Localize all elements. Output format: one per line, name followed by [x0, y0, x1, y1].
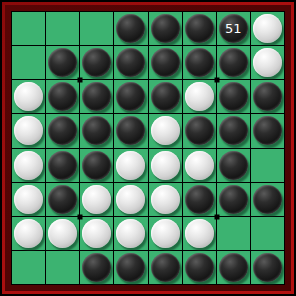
black-disc [253, 82, 282, 111]
cell-b2[interactable] [46, 46, 79, 79]
black-disc [82, 151, 111, 180]
black-disc [151, 253, 180, 282]
black-disc [48, 82, 77, 111]
cell-b3[interactable] [46, 80, 79, 113]
cell-h1[interactable] [251, 12, 284, 45]
cell-c4[interactable] [80, 114, 113, 147]
white-disc [14, 219, 43, 248]
cell-a5[interactable] [12, 149, 45, 182]
cell-e8[interactable] [149, 251, 182, 284]
black-disc [185, 185, 214, 214]
black-disc [116, 253, 145, 282]
cell-a6[interactable] [12, 183, 45, 216]
white-disc [14, 185, 43, 214]
cell-f4[interactable] [183, 114, 216, 147]
white-disc [185, 151, 214, 180]
black-disc [219, 116, 248, 145]
cell-a1[interactable] [12, 12, 45, 45]
cell-a3[interactable] [12, 80, 45, 113]
cell-h6[interactable] [251, 183, 284, 216]
black-disc [151, 48, 180, 77]
cell-h7[interactable] [251, 217, 284, 250]
cell-g6[interactable] [217, 183, 250, 216]
cell-a2[interactable] [12, 46, 45, 79]
cell-a8[interactable] [12, 251, 45, 284]
cell-d6[interactable] [114, 183, 147, 216]
cell-b7[interactable] [46, 217, 79, 250]
black-disc [116, 116, 145, 145]
cell-g4[interactable] [217, 114, 250, 147]
white-disc [116, 151, 145, 180]
black-disc [219, 151, 248, 180]
cell-h3[interactable] [251, 80, 284, 113]
white-disc [253, 48, 282, 77]
cell-f6[interactable] [183, 183, 216, 216]
last-move-number: 51 [225, 22, 242, 35]
cell-h4[interactable] [251, 114, 284, 147]
black-disc [82, 82, 111, 111]
cell-c7[interactable] [80, 217, 113, 250]
cell-g8[interactable] [217, 251, 250, 284]
black-disc [253, 253, 282, 282]
black-disc [151, 82, 180, 111]
white-disc [185, 82, 214, 111]
white-disc [151, 116, 180, 145]
black-disc [48, 151, 77, 180]
black-disc [48, 116, 77, 145]
cell-d4[interactable] [114, 114, 147, 147]
cell-b1[interactable] [46, 12, 79, 45]
white-disc [116, 185, 145, 214]
cell-e6[interactable] [149, 183, 182, 216]
cell-d2[interactable] [114, 46, 147, 79]
star-point [77, 77, 82, 82]
black-disc [219, 253, 248, 282]
star-point [214, 214, 219, 219]
cell-a7[interactable] [12, 217, 45, 250]
cell-d8[interactable] [114, 251, 147, 284]
black-disc [219, 185, 248, 214]
cell-d7[interactable] [114, 217, 147, 250]
white-disc [151, 219, 180, 248]
cell-c5[interactable] [80, 149, 113, 182]
cell-d3[interactable] [114, 80, 147, 113]
cell-e3[interactable] [149, 80, 182, 113]
black-disc [253, 116, 282, 145]
othello-board-frame: 51 [0, 0, 296, 296]
cell-e7[interactable] [149, 217, 182, 250]
cell-g3[interactable] [217, 80, 250, 113]
white-disc [82, 219, 111, 248]
black-disc [253, 185, 282, 214]
white-disc [116, 219, 145, 248]
white-disc [14, 116, 43, 145]
black-disc [219, 82, 248, 111]
star-point [214, 77, 219, 82]
black-disc [116, 48, 145, 77]
cell-f1[interactable] [183, 12, 216, 45]
cell-f8[interactable] [183, 251, 216, 284]
black-disc [48, 185, 77, 214]
cell-h5[interactable] [251, 149, 284, 182]
cell-c8[interactable] [80, 251, 113, 284]
cell-e2[interactable] [149, 46, 182, 79]
othello-board: 51 [11, 11, 285, 285]
black-disc: 51 [219, 14, 248, 43]
cell-c3[interactable] [80, 80, 113, 113]
black-disc [185, 253, 214, 282]
white-disc [48, 219, 77, 248]
cell-d5[interactable] [114, 149, 147, 182]
white-disc [253, 14, 282, 43]
cell-c6[interactable] [80, 183, 113, 216]
cell-g1[interactable]: 51 [217, 12, 250, 45]
black-disc [116, 14, 145, 43]
cell-b8[interactable] [46, 251, 79, 284]
cell-b4[interactable] [46, 114, 79, 147]
white-disc [185, 219, 214, 248]
cell-b5[interactable] [46, 149, 79, 182]
black-disc [151, 14, 180, 43]
cell-f5[interactable] [183, 149, 216, 182]
cell-g7[interactable] [217, 217, 250, 250]
cell-h8[interactable] [251, 251, 284, 284]
cell-g2[interactable] [217, 46, 250, 79]
cell-f3[interactable] [183, 80, 216, 113]
cell-b6[interactable] [46, 183, 79, 216]
star-point [77, 214, 82, 219]
cell-e4[interactable] [149, 114, 182, 147]
white-disc [14, 82, 43, 111]
cell-c2[interactable] [80, 46, 113, 79]
cell-c1[interactable] [80, 12, 113, 45]
black-disc [48, 48, 77, 77]
cell-d1[interactable] [114, 12, 147, 45]
cell-h2[interactable] [251, 46, 284, 79]
cell-a4[interactable] [12, 114, 45, 147]
black-disc [219, 48, 248, 77]
black-disc [185, 48, 214, 77]
white-disc [151, 185, 180, 214]
black-disc [185, 14, 214, 43]
cell-f7[interactable] [183, 217, 216, 250]
cell-e1[interactable] [149, 12, 182, 45]
cell-f2[interactable] [183, 46, 216, 79]
black-disc [116, 82, 145, 111]
black-disc [82, 116, 111, 145]
black-disc [185, 116, 214, 145]
cell-e5[interactable] [149, 149, 182, 182]
black-disc [82, 48, 111, 77]
black-disc [82, 253, 111, 282]
white-disc [14, 151, 43, 180]
cell-g5[interactable] [217, 149, 250, 182]
white-disc [82, 185, 111, 214]
white-disc [151, 151, 180, 180]
